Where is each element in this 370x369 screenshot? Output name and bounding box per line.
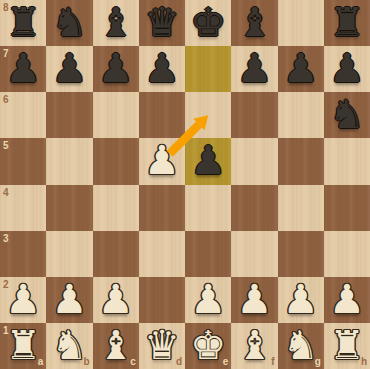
piece-white-pawn[interactable]: ♟: [98, 279, 134, 319]
square-b5[interactable]: [46, 138, 92, 184]
square-d5[interactable]: ♟: [139, 138, 185, 184]
piece-black-bishop[interactable]: ♝: [236, 2, 272, 42]
piece-white-knight[interactable]: ♞: [51, 325, 87, 365]
square-f7[interactable]: ♟: [231, 46, 277, 92]
square-h3[interactable]: [324, 231, 370, 277]
square-b7[interactable]: ♟: [46, 46, 92, 92]
square-d8[interactable]: ♛: [139, 0, 185, 46]
piece-white-knight[interactable]: ♞: [283, 325, 319, 365]
square-c4[interactable]: [93, 185, 139, 231]
square-a3[interactable]: 3: [0, 231, 46, 277]
square-b1[interactable]: b♞: [46, 323, 92, 369]
square-f3[interactable]: [231, 231, 277, 277]
piece-white-rook[interactable]: ♜: [329, 325, 365, 365]
square-b8[interactable]: ♞: [46, 0, 92, 46]
square-e4[interactable]: [185, 185, 231, 231]
piece-black-pawn[interactable]: ♟: [144, 48, 180, 88]
piece-black-pawn[interactable]: ♟: [51, 48, 87, 88]
piece-white-king[interactable]: ♚: [190, 325, 226, 365]
square-e1[interactable]: e♚: [185, 323, 231, 369]
piece-white-pawn[interactable]: ♟: [5, 279, 41, 319]
coordinate-rank-5: 5: [3, 141, 9, 151]
square-d3[interactable]: [139, 231, 185, 277]
square-b6[interactable]: [46, 92, 92, 138]
square-a4[interactable]: 4: [0, 185, 46, 231]
square-c8[interactable]: ♝: [93, 0, 139, 46]
piece-white-pawn[interactable]: ♟: [236, 279, 272, 319]
square-e8[interactable]: ♚: [185, 0, 231, 46]
square-a6[interactable]: 6: [0, 92, 46, 138]
square-e2[interactable]: ♟: [185, 277, 231, 323]
piece-white-bishop[interactable]: ♝: [236, 325, 272, 365]
square-b4[interactable]: [46, 185, 92, 231]
square-f6[interactable]: [231, 92, 277, 138]
square-e7[interactable]: [185, 46, 231, 92]
piece-white-rook[interactable]: ♜: [5, 325, 41, 365]
piece-white-pawn[interactable]: ♟: [190, 279, 226, 319]
square-h5[interactable]: [324, 138, 370, 184]
square-f2[interactable]: ♟: [231, 277, 277, 323]
coordinate-rank-6: 6: [3, 95, 9, 105]
piece-black-knight[interactable]: ♞: [329, 94, 365, 134]
chess-board-container: 8♜♞♝♛♚♝♜7♟♟♟♟♟♟♟6♞5♟♟432♟♟♟♟♟♟♟1a♜b♞c♝d♛…: [0, 0, 370, 369]
square-a2[interactable]: 2♟: [0, 277, 46, 323]
square-d4[interactable]: [139, 185, 185, 231]
square-c3[interactable]: [93, 231, 139, 277]
piece-white-pawn[interactable]: ♟: [329, 279, 365, 319]
piece-white-queen[interactable]: ♛: [144, 325, 180, 365]
square-f8[interactable]: ♝: [231, 0, 277, 46]
square-e6[interactable]: [185, 92, 231, 138]
piece-white-pawn[interactable]: ♟: [283, 279, 319, 319]
piece-black-queen[interactable]: ♛: [144, 2, 180, 42]
piece-black-bishop[interactable]: ♝: [98, 2, 134, 42]
square-h7[interactable]: ♟: [324, 46, 370, 92]
square-a8[interactable]: 8♜: [0, 0, 46, 46]
square-g2[interactable]: ♟: [278, 277, 324, 323]
square-c1[interactable]: c♝: [93, 323, 139, 369]
square-h2[interactable]: ♟: [324, 277, 370, 323]
piece-black-pawn[interactable]: ♟: [190, 140, 226, 180]
square-b3[interactable]: [46, 231, 92, 277]
square-a1[interactable]: 1a♜: [0, 323, 46, 369]
square-f1[interactable]: f♝: [231, 323, 277, 369]
piece-black-pawn[interactable]: ♟: [5, 48, 41, 88]
piece-black-pawn[interactable]: ♟: [98, 48, 134, 88]
square-h8[interactable]: ♜: [324, 0, 370, 46]
square-c7[interactable]: ♟: [93, 46, 139, 92]
square-d2[interactable]: [139, 277, 185, 323]
square-h4[interactable]: [324, 185, 370, 231]
coordinate-rank-3: 3: [3, 234, 9, 244]
piece-black-pawn[interactable]: ♟: [236, 48, 272, 88]
square-g7[interactable]: ♟: [278, 46, 324, 92]
piece-white-pawn[interactable]: ♟: [51, 279, 87, 319]
square-h1[interactable]: h♜: [324, 323, 370, 369]
square-g8[interactable]: [278, 0, 324, 46]
square-e5[interactable]: ♟: [185, 138, 231, 184]
piece-black-knight[interactable]: ♞: [51, 2, 87, 42]
square-f5[interactable]: [231, 138, 277, 184]
piece-black-pawn[interactable]: ♟: [329, 48, 365, 88]
square-c5[interactable]: [93, 138, 139, 184]
square-c6[interactable]: [93, 92, 139, 138]
square-c2[interactable]: ♟: [93, 277, 139, 323]
square-g6[interactable]: [278, 92, 324, 138]
square-g1[interactable]: g♞: [278, 323, 324, 369]
piece-black-rook[interactable]: ♜: [329, 2, 365, 42]
square-e3[interactable]: [185, 231, 231, 277]
square-a7[interactable]: 7♟: [0, 46, 46, 92]
square-h6[interactable]: ♞: [324, 92, 370, 138]
square-d1[interactable]: d♛: [139, 323, 185, 369]
chess-board: 8♜♞♝♛♚♝♜7♟♟♟♟♟♟♟6♞5♟♟432♟♟♟♟♟♟♟1a♜b♞c♝d♛…: [0, 0, 370, 369]
square-d7[interactable]: ♟: [139, 46, 185, 92]
square-g5[interactable]: [278, 138, 324, 184]
square-a5[interactable]: 5: [0, 138, 46, 184]
piece-black-pawn[interactable]: ♟: [283, 48, 319, 88]
coordinate-rank-4: 4: [3, 188, 9, 198]
square-g4[interactable]: [278, 185, 324, 231]
square-b2[interactable]: ♟: [46, 277, 92, 323]
square-f4[interactable]: [231, 185, 277, 231]
piece-black-rook[interactable]: ♜: [5, 2, 41, 42]
piece-white-bishop[interactable]: ♝: [98, 325, 134, 365]
square-g3[interactable]: [278, 231, 324, 277]
square-d6[interactable]: [139, 92, 185, 138]
piece-white-pawn[interactable]: ♟: [144, 140, 180, 180]
piece-black-king[interactable]: ♚: [190, 2, 226, 42]
